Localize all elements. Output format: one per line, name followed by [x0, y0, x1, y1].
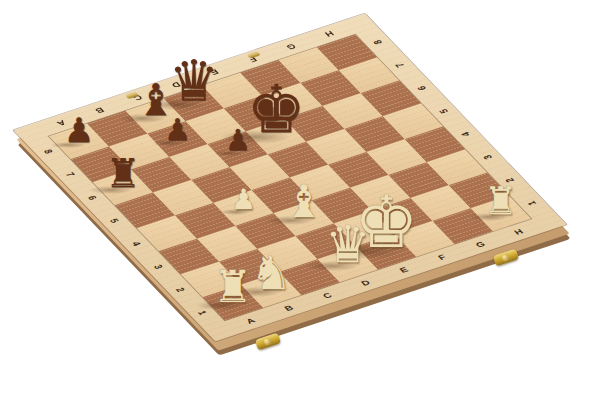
- file-label-near-c: C: [316, 289, 339, 302]
- file-label-near-f: F: [431, 251, 454, 264]
- white-rook-h1[interactable]: ♜: [484, 182, 518, 220]
- black-pawn-d6[interactable]: ♟: [225, 126, 251, 155]
- rank-label-left-2: 2: [170, 283, 191, 296]
- chess-set-photo: AABBCCDDEEFFGGHH1122334455667788 ♟♝♛♟♜♚♟…: [0, 0, 600, 400]
- file-label-near-d: D: [354, 276, 377, 289]
- file-label-near-b: B: [278, 302, 301, 315]
- black-pawn-a8[interactable]: ♟: [64, 113, 94, 147]
- rank-label-left-7: 7: [60, 168, 81, 181]
- white-bishop-d3[interactable]: ♝: [284, 179, 324, 224]
- white-queen-d1[interactable]: ♛: [325, 219, 371, 270]
- rank-label-right-5: 5: [433, 105, 454, 118]
- file-label-far-h: H: [318, 28, 341, 41]
- rank-label-left-4: 4: [126, 237, 147, 250]
- file-label-near-a: A: [239, 315, 262, 328]
- rank-label-left-5: 5: [104, 214, 125, 227]
- file-label-near-g: G: [469, 238, 492, 251]
- black-queen-d8[interactable]: ♛: [169, 53, 219, 109]
- black-pawn-c7[interactable]: ♟: [164, 115, 191, 145]
- white-pawn-c4[interactable]: ♟: [231, 186, 256, 214]
- rank-label-right-7: 7: [389, 59, 410, 72]
- rank-label-right-4: 4: [455, 128, 476, 141]
- white-knight-b1[interactable]: ♞: [250, 249, 292, 296]
- black-king-e6[interactable]: ♚: [247, 77, 306, 143]
- rank-label-right-3: 3: [477, 151, 498, 164]
- rank-label-right-1: 1: [521, 197, 542, 210]
- white-rook-a1[interactable]: ♜: [213, 265, 252, 309]
- file-label-far-g: G: [280, 41, 303, 54]
- rank-label-right-8: 8: [367, 36, 388, 49]
- file-label-near-e: E: [392, 264, 415, 277]
- rank-label-left-3: 3: [148, 260, 169, 273]
- file-label-near-h: H: [507, 226, 530, 239]
- rank-label-right-6: 6: [411, 82, 432, 95]
- black-rook-a6[interactable]: ♜: [105, 153, 141, 193]
